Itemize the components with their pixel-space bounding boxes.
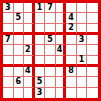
sudoku-cell-r6c6-empty[interactable] <box>56 56 67 67</box>
sudoku-cell-r9c1-empty[interactable] <box>3 88 14 98</box>
sudoku-cell-r7c7-given[interactable]: 8 <box>66 67 77 77</box>
sudoku-cell-r9c8-empty[interactable] <box>77 88 88 98</box>
sudoku-cell-r4c9-empty[interactable] <box>87 35 98 45</box>
sudoku-cell-r7c4-empty[interactable] <box>35 67 46 77</box>
sudoku-cell-r1c2-empty[interactable] <box>14 3 25 13</box>
sudoku-cell-r7c8-empty[interactable] <box>77 67 88 77</box>
sudoku-cell-r9c4-given[interactable]: 3 <box>35 88 46 98</box>
sudoku-cell-r3c6-empty[interactable] <box>56 24 67 35</box>
sudoku-cell-r6c1-empty[interactable] <box>3 56 14 67</box>
sudoku-cell-r6c5-empty[interactable] <box>45 56 56 67</box>
sudoku-cell-r4c3-empty[interactable] <box>24 35 35 45</box>
sudoku-cell-r6c3-empty[interactable] <box>24 56 35 67</box>
sudoku-cell-r4c5-given[interactable]: 5 <box>45 35 56 45</box>
sudoku-cell-r5c1-empty[interactable] <box>3 45 14 55</box>
sudoku-cell-r8c6-empty[interactable] <box>56 77 67 87</box>
sudoku-cell-r8c4-given[interactable]: 5 <box>35 77 46 87</box>
sudoku-cell-r5c5-empty[interactable] <box>45 45 56 55</box>
sudoku-cell-r5c6-given[interactable]: 4 <box>56 45 67 55</box>
sudoku-cell-r3c4-empty[interactable] <box>35 24 46 35</box>
sudoku-cell-r8c2-given[interactable]: 6 <box>14 77 25 87</box>
sudoku-cell-r9c7-empty[interactable] <box>66 88 77 98</box>
sudoku-cell-r2c2-given[interactable]: 5 <box>14 13 25 23</box>
sudoku-cell-r7c1-empty[interactable] <box>3 67 14 77</box>
sudoku-cell-r4c6-empty[interactable] <box>56 35 67 45</box>
sudoku-cell-r5c7-empty[interactable] <box>66 45 77 55</box>
sudoku-cell-r9c3-empty[interactable] <box>24 88 35 98</box>
sudoku-cell-r1c5-given[interactable]: 7 <box>45 3 56 13</box>
sudoku-cell-r9c2-empty[interactable] <box>14 88 25 98</box>
sudoku-cell-r8c3-empty[interactable] <box>24 77 35 87</box>
sudoku-cell-r2c9-empty[interactable] <box>87 13 98 23</box>
sudoku-cell-r8c9-empty[interactable] <box>87 77 98 87</box>
sudoku-cell-r8c8-empty[interactable] <box>77 77 88 87</box>
sudoku-cell-r2c5-empty[interactable] <box>45 13 56 23</box>
sudoku-cell-r5c2-empty[interactable] <box>14 45 25 55</box>
sudoku-cell-r8c5-empty[interactable] <box>45 77 56 87</box>
sudoku-cell-r5c4-empty[interactable] <box>35 45 46 55</box>
sudoku-cell-r1c3-empty[interactable] <box>24 3 35 13</box>
sudoku-cell-r2c6-empty[interactable] <box>56 13 67 23</box>
sudoku-cell-r3c5-empty[interactable] <box>45 24 56 35</box>
sudoku-cell-r3c7-given[interactable]: 2 <box>66 24 77 35</box>
sudoku-cell-r6c8-given[interactable]: 1 <box>77 56 88 67</box>
sudoku-cell-r9c6-empty[interactable] <box>56 88 67 98</box>
sudoku-cell-r1c1-given[interactable]: 3 <box>3 3 14 13</box>
sudoku-cell-r4c2-empty[interactable] <box>14 35 25 45</box>
sudoku-cell-r1c9-empty[interactable] <box>87 3 98 13</box>
sudoku-cell-r3c8-empty[interactable] <box>77 24 88 35</box>
sudoku-cell-r1c6-empty[interactable] <box>56 3 67 13</box>
sudoku-cell-r7c3-given[interactable]: 4 <box>24 67 35 77</box>
sudoku-cell-r3c9-empty[interactable] <box>87 24 98 35</box>
sudoku-cell-r1c7-empty[interactable] <box>66 3 77 13</box>
sudoku-cell-r3c2-empty[interactable] <box>14 24 25 35</box>
sudoku-cell-r2c8-empty[interactable] <box>77 13 88 23</box>
sudoku-cell-r8c7-empty[interactable] <box>66 77 77 87</box>
sudoku-cell-r7c2-empty[interactable] <box>14 67 25 77</box>
sudoku-cell-r5c9-empty[interactable] <box>87 45 98 55</box>
sudoku-cell-r8c1-empty[interactable] <box>3 77 14 87</box>
sudoku-cell-r9c9-empty[interactable] <box>87 88 98 98</box>
sudoku-cell-r1c8-empty[interactable] <box>77 3 88 13</box>
sudoku-cell-r2c3-empty[interactable] <box>24 13 35 23</box>
sudoku-cell-r7c5-empty[interactable] <box>45 67 56 77</box>
sudoku-cell-r3c1-empty[interactable] <box>3 24 14 35</box>
sudoku-cell-r1c4-given[interactable]: 1 <box>35 3 46 13</box>
sudoku-cell-r7c9-empty[interactable] <box>87 67 98 77</box>
sudoku-cell-r4c7-empty[interactable] <box>66 35 77 45</box>
sudoku-board: 31754275324148653 <box>0 0 101 101</box>
sudoku-cell-r9c5-empty[interactable] <box>45 88 56 98</box>
sudoku-cell-r6c2-empty[interactable] <box>14 56 25 67</box>
sudoku-cell-r6c7-empty[interactable] <box>66 56 77 67</box>
sudoku-cell-r4c8-given[interactable]: 3 <box>77 35 88 45</box>
sudoku-cell-r4c4-empty[interactable] <box>35 35 46 45</box>
sudoku-cell-r4c1-given[interactable]: 7 <box>3 35 14 45</box>
sudoku-cell-r2c1-empty[interactable] <box>3 13 14 23</box>
sudoku-cell-r3c3-empty[interactable] <box>24 24 35 35</box>
sudoku-cell-r2c4-empty[interactable] <box>35 13 46 23</box>
sudoku-cell-r5c3-given[interactable]: 2 <box>24 45 35 55</box>
sudoku-cell-r7c6-empty[interactable] <box>56 67 67 77</box>
sudoku-cell-r6c4-empty[interactable] <box>35 56 46 67</box>
sudoku-cell-r6c9-empty[interactable] <box>87 56 98 67</box>
